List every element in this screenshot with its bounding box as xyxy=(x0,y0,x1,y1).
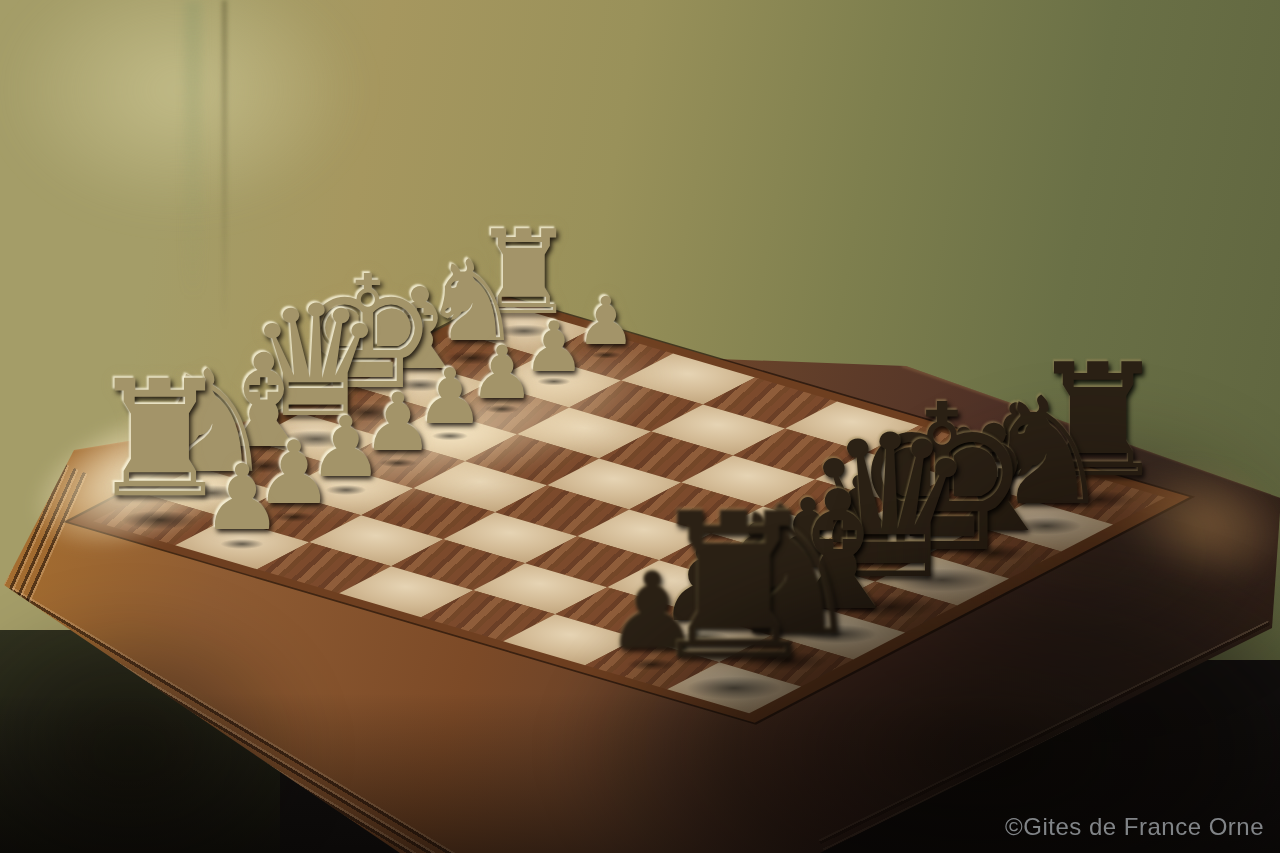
white-pawn-a2[interactable]: ♟ xyxy=(174,453,310,544)
black-rook-a8[interactable]: ♜ xyxy=(583,487,885,688)
pieces-layer: ♜♞♝♛♚♝♞♜♟♟♟♟♟♟♟♟♟♟♟♟♟♟♟♟♜♞♝♛♚♝♞♜ xyxy=(0,0,1280,853)
watermark: ©Gites de France Orne xyxy=(1005,813,1264,841)
chess-photo-scene: ♜♞♝♛♚♝♞♜♟♟♟♟♟♟♟♟♟♟♟♟♟♟♟♟♜♞♝♛♚♝♞♜ ©Gites … xyxy=(0,0,1280,853)
